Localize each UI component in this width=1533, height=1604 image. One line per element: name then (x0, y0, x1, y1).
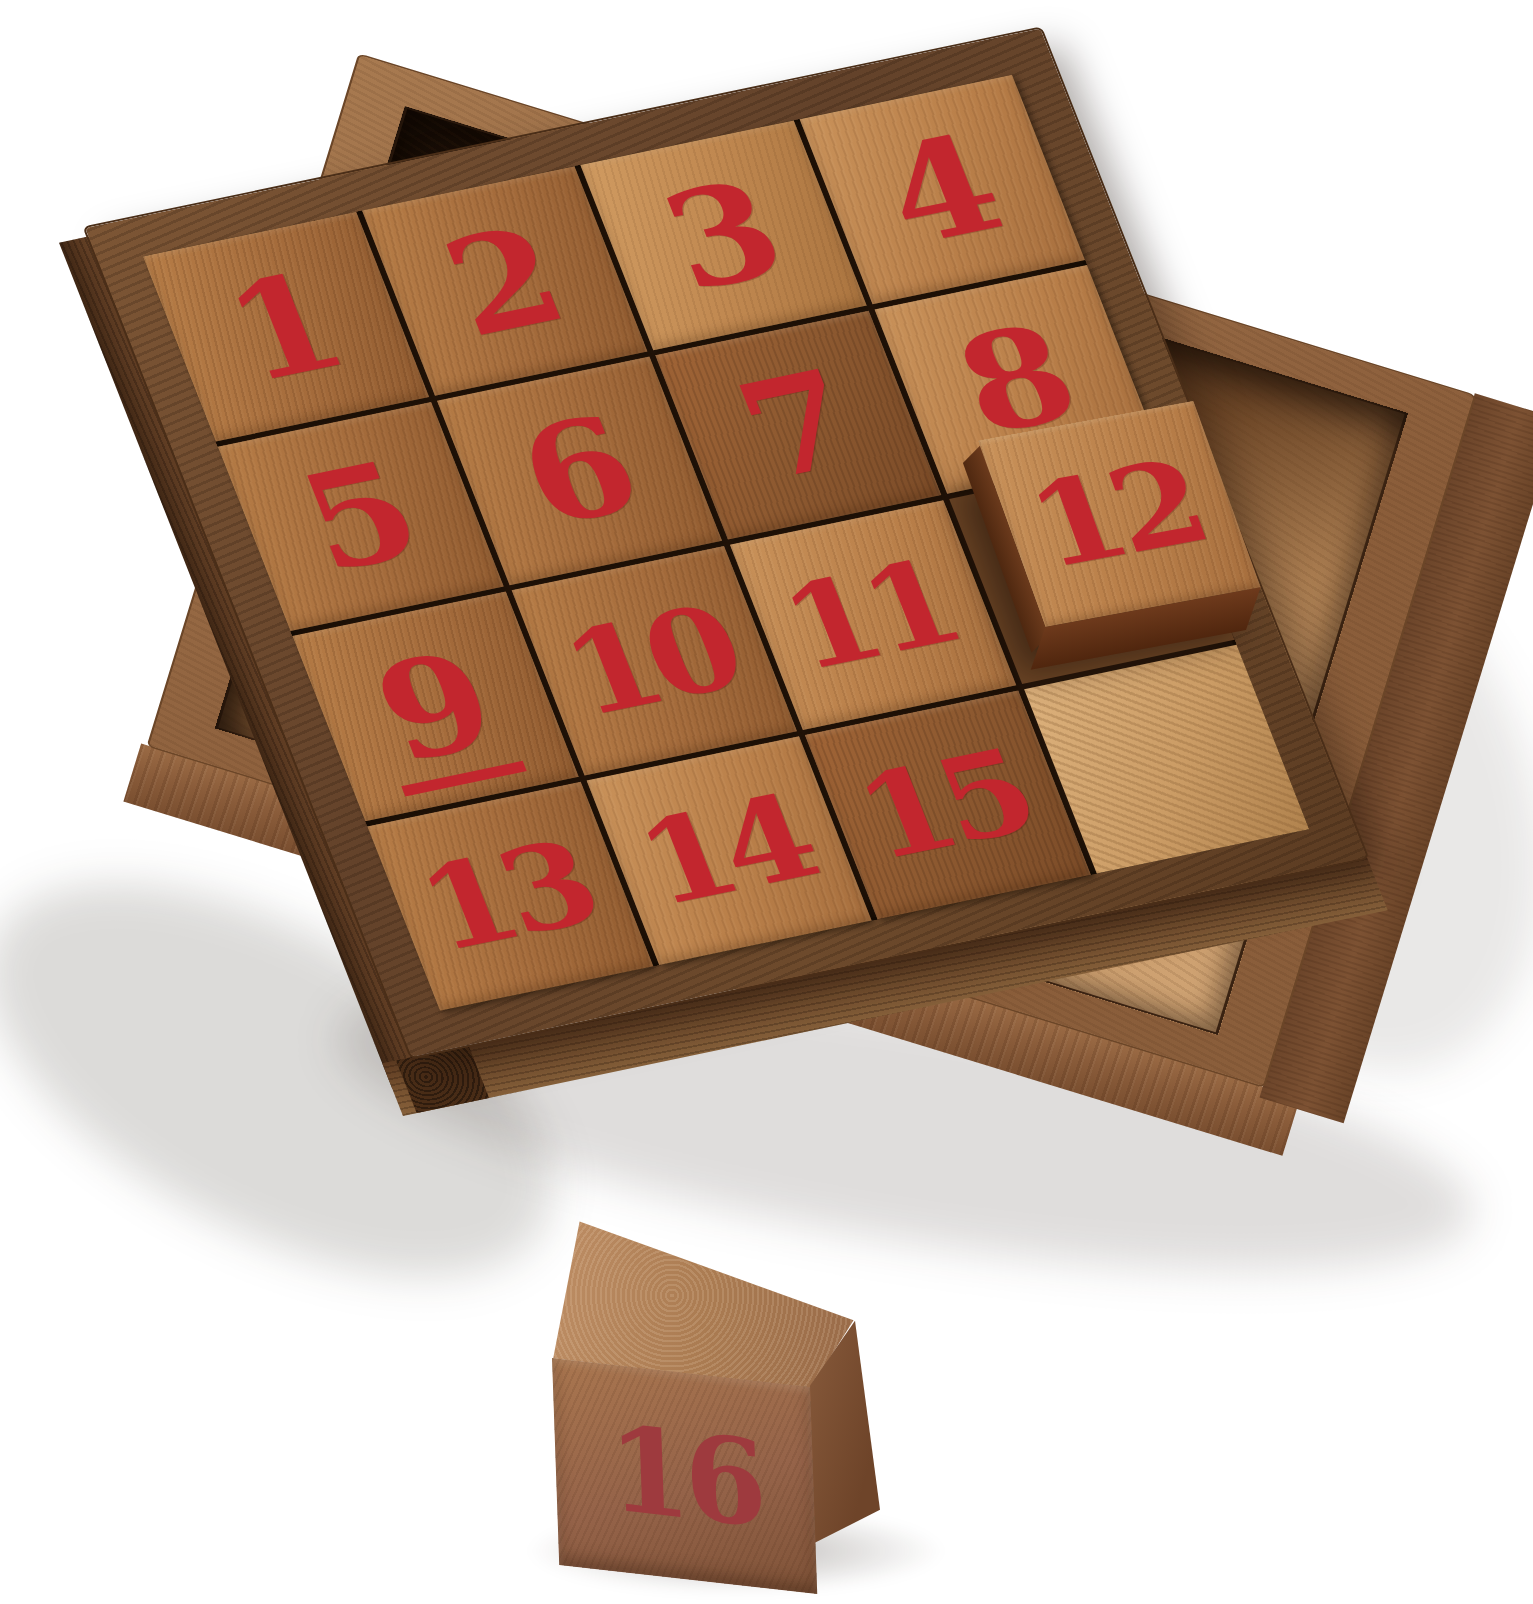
tile-1-label: 1 (209, 252, 361, 401)
tile-15-label: 15 (842, 734, 1043, 877)
tile-4-label: 4 (866, 115, 1018, 264)
tile-9-label: 9 (349, 630, 526, 796)
tile-12-label: 12 (1014, 445, 1213, 585)
tile-5-label: 5 (284, 442, 436, 591)
tile-6-label: 6 (503, 396, 655, 545)
scene: 1 2 3 4 5 6 7 8 9 10 11 12 13 14 15 16 (0, 0, 1533, 1604)
puzzle-tray: 1 2 3 4 5 6 7 8 9 10 11 12 13 14 15 (85, 28, 1367, 1057)
tile-7-label: 7 (722, 351, 874, 500)
tile-13-label: 13 (405, 825, 606, 968)
tile-14-label: 14 (623, 780, 824, 923)
tile-16-label: 16 (606, 1408, 762, 1543)
tile-10-label: 10 (549, 590, 750, 733)
tile-11-label: 11 (767, 544, 968, 687)
tile-2-label: 2 (428, 206, 580, 355)
tile-16-block[interactable]: 16 (520, 1200, 1000, 1604)
tile-3-label: 3 (647, 161, 799, 310)
tile-16[interactable]: 16 (552, 1358, 817, 1594)
